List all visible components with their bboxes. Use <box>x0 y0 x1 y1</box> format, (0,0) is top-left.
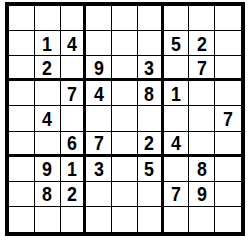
cell-r4c4[interactable]: 4 <box>86 81 112 106</box>
cell-r5c4[interactable] <box>86 106 112 131</box>
cell-r9c5[interactable] <box>112 207 138 232</box>
given-digit: 9 <box>197 183 207 204</box>
cell-r8c5[interactable] <box>112 182 138 207</box>
cell-r8c4[interactable] <box>86 182 112 207</box>
given-digit: 7 <box>223 108 233 129</box>
cell-r6c3[interactable]: 6 <box>61 132 87 157</box>
cell-r3c7[interactable] <box>164 56 190 81</box>
given-digit: 8 <box>197 158 207 179</box>
cell-r1c1[interactable] <box>9 6 35 31</box>
given-digit: 3 <box>94 158 104 179</box>
cell-r2c6[interactable] <box>138 31 164 56</box>
cell-r2c9[interactable] <box>215 31 241 56</box>
cell-r7c4[interactable]: 3 <box>86 157 112 182</box>
cell-r2c8[interactable]: 2 <box>189 31 215 56</box>
cell-r8c3[interactable]: 2 <box>61 182 87 207</box>
cell-r1c4[interactable] <box>86 6 112 31</box>
cell-r8c1[interactable] <box>9 182 35 207</box>
cell-r6c5[interactable] <box>112 132 138 157</box>
cell-r6c4[interactable]: 7 <box>86 132 112 157</box>
cell-r4c8[interactable] <box>189 81 215 106</box>
cell-r3c4[interactable]: 9 <box>86 56 112 81</box>
cell-r5c8[interactable] <box>189 106 215 131</box>
cell-r9c3[interactable] <box>61 207 87 232</box>
cell-r9c9[interactable] <box>215 207 241 232</box>
cell-r3c1[interactable] <box>9 56 35 81</box>
cell-r5c9[interactable]: 7 <box>215 106 241 131</box>
given-digit: 4 <box>42 108 52 129</box>
cell-r9c2[interactable] <box>35 207 61 232</box>
cell-r2c4[interactable] <box>86 31 112 56</box>
cell-r4c1[interactable] <box>9 81 35 106</box>
cell-r7c5[interactable] <box>112 157 138 182</box>
given-digit: 1 <box>42 33 52 54</box>
given-digit: 8 <box>144 83 154 104</box>
cell-r1c5[interactable] <box>112 6 138 31</box>
given-digit: 7 <box>94 132 104 153</box>
cell-r6c8[interactable] <box>189 132 215 157</box>
cell-r5c5[interactable] <box>112 106 138 131</box>
cell-r6c7[interactable]: 4 <box>164 132 190 157</box>
cell-r1c9[interactable] <box>215 6 241 31</box>
cell-r5c1[interactable] <box>9 106 35 131</box>
cell-r4c6[interactable]: 8 <box>138 81 164 106</box>
cell-r6c9[interactable] <box>215 132 241 157</box>
cell-r7c7[interactable] <box>164 157 190 182</box>
sudoku-board: 145229377481476724913588279 <box>5 2 245 236</box>
cell-r9c1[interactable] <box>9 207 35 232</box>
cell-r1c8[interactable] <box>189 6 215 31</box>
cell-r8c7[interactable]: 7 <box>164 182 190 207</box>
cell-r7c8[interactable]: 8 <box>189 157 215 182</box>
given-digit: 4 <box>67 33 77 54</box>
given-digit: 5 <box>144 158 154 179</box>
cell-r1c6[interactable] <box>138 6 164 31</box>
cell-r3c8[interactable]: 7 <box>189 56 215 81</box>
cell-r6c1[interactable] <box>9 132 35 157</box>
given-digit: 5 <box>171 33 181 54</box>
cell-r4c7[interactable]: 1 <box>164 81 190 106</box>
cell-r5c7[interactable] <box>164 106 190 131</box>
given-digit: 3 <box>144 57 154 78</box>
cell-r7c9[interactable] <box>215 157 241 182</box>
given-digit: 4 <box>171 132 181 153</box>
cell-r7c3[interactable]: 1 <box>61 157 87 182</box>
cell-r2c1[interactable] <box>9 31 35 56</box>
cell-r7c2[interactable]: 9 <box>35 157 61 182</box>
cell-r3c5[interactable] <box>112 56 138 81</box>
given-digit: 7 <box>171 183 181 204</box>
given-digit: 7 <box>197 57 207 78</box>
cell-r3c2[interactable]: 2 <box>35 56 61 81</box>
given-digit: 2 <box>67 183 77 204</box>
cell-r9c8[interactable] <box>189 207 215 232</box>
cell-r7c1[interactable] <box>9 157 35 182</box>
cell-r8c9[interactable] <box>215 182 241 207</box>
cell-r1c7[interactable] <box>164 6 190 31</box>
cell-r6c2[interactable] <box>35 132 61 157</box>
cell-r9c6[interactable] <box>138 207 164 232</box>
cell-r2c2[interactable]: 1 <box>35 31 61 56</box>
cell-r4c2[interactable] <box>35 81 61 106</box>
given-digit: 9 <box>42 158 52 179</box>
cell-r6c6[interactable]: 2 <box>138 132 164 157</box>
cell-r4c5[interactable] <box>112 81 138 106</box>
cell-r2c7[interactable]: 5 <box>164 31 190 56</box>
cell-r3c6[interactable]: 3 <box>138 56 164 81</box>
given-digit: 2 <box>197 33 207 54</box>
cell-r8c6[interactable] <box>138 182 164 207</box>
given-digit: 6 <box>67 132 77 153</box>
cell-r9c7[interactable] <box>164 207 190 232</box>
cell-r8c2[interactable]: 8 <box>35 182 61 207</box>
cell-r1c3[interactable] <box>61 6 87 31</box>
given-digit: 4 <box>94 83 104 104</box>
cell-r2c3[interactable]: 4 <box>61 31 87 56</box>
cell-r2c5[interactable] <box>112 31 138 56</box>
given-digit: 2 <box>144 132 154 153</box>
cell-r5c2[interactable]: 4 <box>35 106 61 131</box>
cell-r5c3[interactable] <box>61 106 87 131</box>
cell-r7c6[interactable]: 5 <box>138 157 164 182</box>
given-digit: 8 <box>42 183 52 204</box>
cell-r4c9[interactable] <box>215 81 241 106</box>
cell-r4c3[interactable]: 7 <box>61 81 87 106</box>
given-digit: 9 <box>94 57 104 78</box>
cell-r5c6[interactable] <box>138 106 164 131</box>
given-digit: 1 <box>67 158 77 179</box>
cell-r8c8[interactable]: 9 <box>189 182 215 207</box>
given-digit: 1 <box>171 83 181 104</box>
cell-r9c4[interactable] <box>86 207 112 232</box>
cell-r3c9[interactable] <box>215 56 241 81</box>
given-digit: 7 <box>67 83 77 104</box>
cell-r1c2[interactable] <box>35 6 61 31</box>
given-digit: 2 <box>42 57 52 78</box>
cell-r3c3[interactable] <box>61 56 87 81</box>
